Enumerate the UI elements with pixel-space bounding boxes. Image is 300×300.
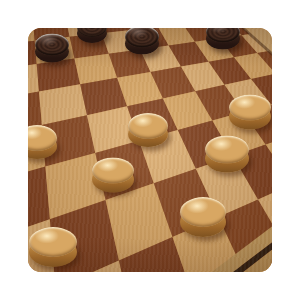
- checker-piece-light[interactable]: [229, 94, 271, 129]
- checkers-photo: [28, 28, 272, 272]
- piece-top-face: [29, 227, 77, 257]
- checker-piece-light[interactable]: [180, 197, 226, 237]
- piece-top-face: [35, 33, 69, 55]
- checker-piece-dark[interactable]: [77, 28, 107, 43]
- app-icon-canvas: [0, 0, 300, 300]
- piece-top-face: [205, 135, 249, 163]
- checker-piece-light[interactable]: [92, 157, 134, 192]
- checker-piece-light[interactable]: [29, 227, 77, 267]
- piece-top-face: [180, 197, 226, 227]
- checker-piece-light[interactable]: [205, 135, 249, 172]
- checker-piece-dark[interactable]: [35, 33, 69, 62]
- piece-top-face: [229, 94, 271, 120]
- checker-piece-dark[interactable]: [206, 28, 240, 49]
- pieces-layer: [28, 28, 272, 272]
- checker-piece-light[interactable]: [128, 113, 168, 147]
- piece-top-face: [92, 157, 134, 183]
- checker-piece-light[interactable]: [28, 125, 57, 159]
- checker-piece-dark[interactable]: [125, 28, 159, 54]
- piece-top-face: [128, 113, 168, 139]
